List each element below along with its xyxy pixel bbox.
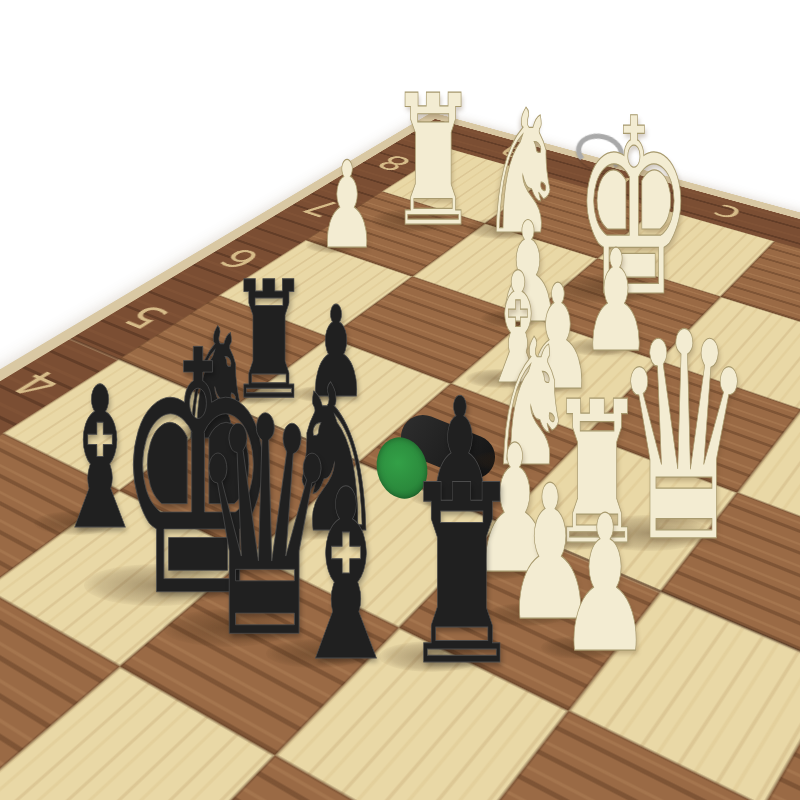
- white-pawn-a7: ♟: [317, 146, 376, 266]
- black-rook-front: ♜: [401, 453, 523, 700]
- chess-set-photo: 87654321abcdefgh ♜♞♟♚♟♟♝♟♜♟♞♞♟♝♞♛♜♟♚♟♛♟♝…: [0, 0, 800, 800]
- white-rook-back: ♜: [388, 71, 477, 252]
- white-pawn-d3: ♟: [558, 491, 651, 680]
